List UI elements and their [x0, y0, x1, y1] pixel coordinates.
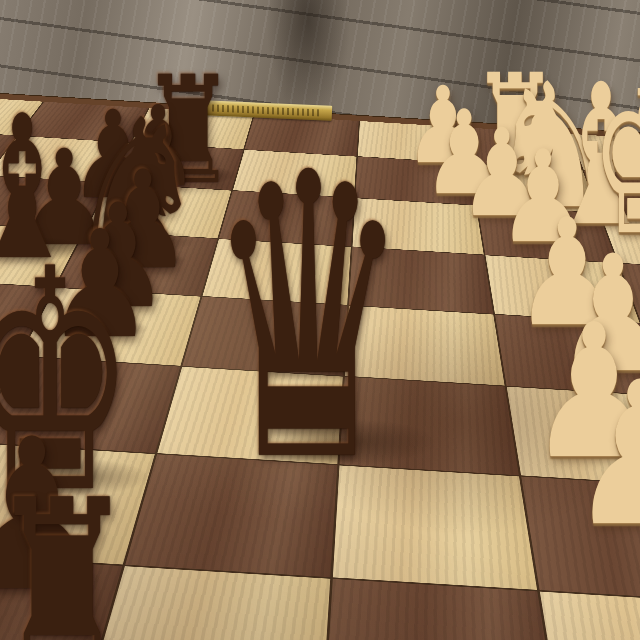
chess-photo-scene: ♜♞♝♟♟♟♟♟♟♛♚♟♜♟♜♞♝♚♟♟♟♟♟♟♟ — [0, 0, 640, 640]
black-queen[interactable]: ♛ — [206, 123, 410, 516]
square-f1[interactable] — [540, 592, 640, 640]
black-rook[interactable]: ♜ — [0, 469, 138, 640]
white-pawn[interactable]: ♟ — [569, 356, 640, 554]
